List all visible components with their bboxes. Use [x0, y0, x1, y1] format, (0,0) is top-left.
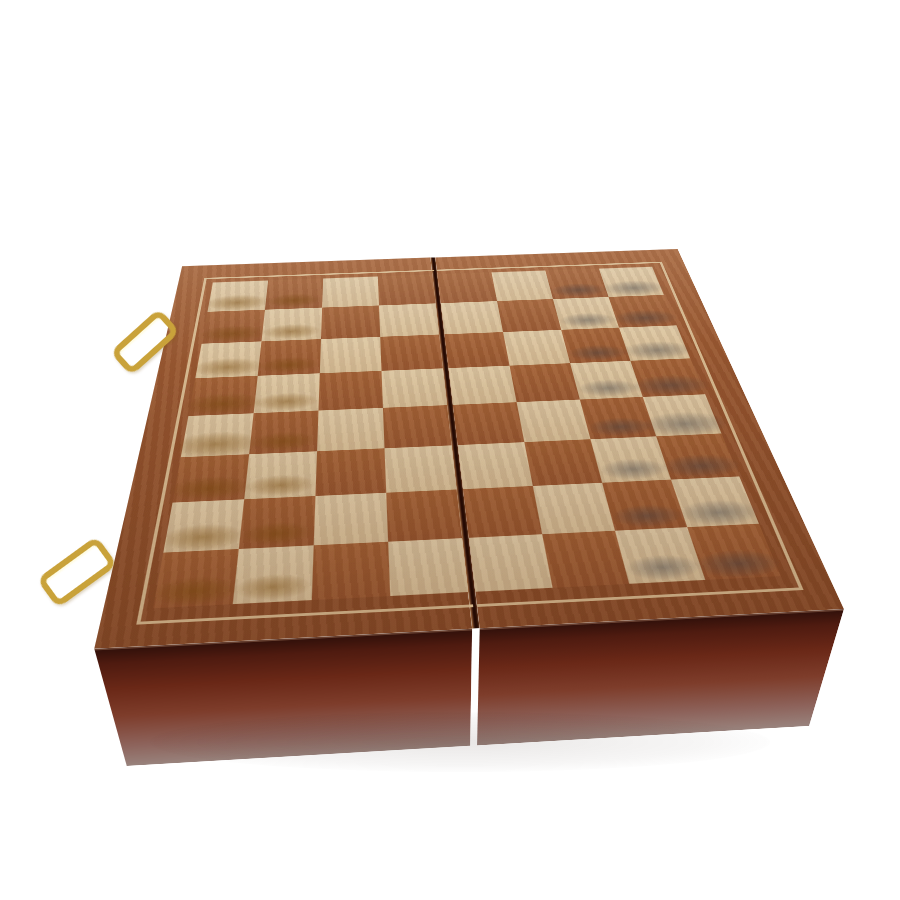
board-half-right [435, 249, 844, 628]
square-a6 [491, 271, 552, 302]
square-g7 [602, 480, 687, 531]
floor-shadow [150, 712, 770, 772]
square-e3 [317, 408, 384, 451]
square-e4 [383, 405, 452, 448]
square-h2 [233, 545, 314, 604]
square-c8 [619, 325, 690, 360]
square-f1 [172, 454, 249, 502]
square-d6 [510, 363, 580, 402]
square-c2 [258, 339, 321, 376]
square-g6 [533, 483, 615, 534]
square-f2 [244, 451, 317, 499]
square-a1 [207, 280, 268, 311]
square-g8 [671, 476, 759, 527]
board-plane: ♜♟♟♜♞♟♟♞♝♟♟♝♛♟♟♛♚♟♟♚♝♟♟♝♞♟♟♞♜♟♟♜ [94, 249, 844, 649]
square-b5 [441, 301, 503, 334]
square-b2 [261, 308, 322, 342]
square-f5 [458, 442, 533, 489]
square-b6 [497, 299, 561, 332]
square-b3 [321, 305, 380, 339]
square-h1 [153, 549, 239, 608]
square-f7 [590, 436, 670, 482]
square-d3 [318, 371, 382, 411]
square-h8 [687, 524, 781, 580]
square-h3 [312, 542, 390, 600]
square-g4 [386, 489, 462, 541]
square-h7 [615, 527, 705, 584]
square-a2 [265, 278, 323, 309]
square-f4 [385, 445, 457, 492]
square-a3 [322, 276, 379, 307]
square-g3 [314, 493, 388, 546]
square-b7 [553, 297, 619, 330]
square-c5 [445, 332, 510, 368]
square-d1 [188, 376, 257, 416]
square-h5 [469, 534, 553, 591]
square-b4 [379, 303, 439, 336]
square-e5 [453, 402, 524, 445]
square-h4 [388, 538, 468, 596]
square-c3 [320, 337, 382, 373]
square-d2 [254, 373, 320, 413]
square-f3 [315, 448, 386, 496]
square-c4 [380, 335, 443, 371]
square-c6 [503, 330, 570, 366]
square-f8 [656, 433, 739, 479]
photo-stage: ♜♟♟♜♞♟♟♞♝♟♟♝♛♟♟♛♚♟♟♚♝♟♟♝♞♟♟♞♜♟♟♜ [0, 0, 900, 900]
square-d8 [630, 358, 705, 397]
square-a4 [378, 275, 436, 306]
square-b1 [202, 310, 265, 344]
square-h6 [542, 531, 629, 588]
square-e2 [249, 411, 318, 455]
square-f6 [524, 439, 602, 486]
square-a5 [437, 272, 497, 303]
square-g5 [463, 486, 542, 538]
square-d4 [382, 368, 447, 407]
left-half-field [153, 275, 468, 609]
square-a7 [545, 269, 608, 299]
square-a8 [599, 267, 664, 297]
square-b8 [609, 295, 677, 328]
square-e1 [181, 413, 254, 457]
square-e8 [643, 394, 722, 436]
square-e6 [517, 400, 591, 443]
square-c1 [195, 341, 261, 378]
square-g2 [239, 496, 316, 549]
square-d5 [449, 366, 517, 405]
right-half-field [437, 267, 780, 592]
square-g1 [163, 499, 244, 552]
